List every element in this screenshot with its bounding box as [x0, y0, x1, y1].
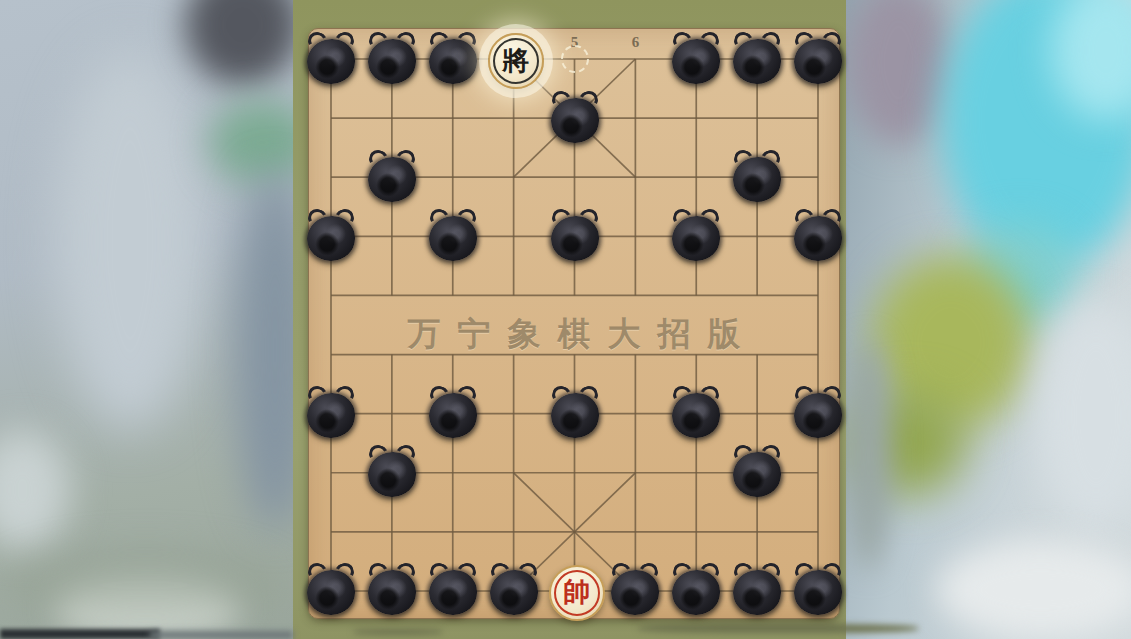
bomb-piece[interactable] — [307, 393, 355, 438]
bomb-piece[interactable] — [733, 39, 781, 84]
bomb-piece[interactable] — [368, 39, 416, 84]
bg-bottom-gray-bar — [150, 631, 293, 639]
bomb-piece[interactable] — [429, 393, 477, 438]
red-general-piece[interactable]: 帥 — [549, 565, 605, 621]
bomb-piece[interactable] — [429, 570, 477, 615]
bomb-piece[interactable] — [307, 39, 355, 84]
bomb-piece[interactable] — [368, 452, 416, 497]
bg-blur-shape — [235, 170, 293, 530]
bomb-piece[interactable] — [490, 570, 538, 615]
bg-blur-shape — [0, 430, 70, 550]
bg-blur-shape — [185, 0, 293, 85]
bomb-piece[interactable] — [672, 393, 720, 438]
bomb-piece[interactable] — [307, 216, 355, 261]
bomb-piece[interactable] — [551, 393, 599, 438]
game-panel: 万宁象棋大招版 56將帥 — [293, 0, 846, 639]
bg-blur-shape — [0, 545, 290, 625]
move-origin-marker — [561, 45, 589, 73]
bomb-piece[interactable] — [429, 216, 477, 261]
bomb-piece[interactable] — [794, 393, 842, 438]
bg-blur-shape — [846, 0, 951, 145]
bomb-piece[interactable] — [794, 39, 842, 84]
bomb-piece[interactable] — [672, 216, 720, 261]
bomb-piece[interactable] — [429, 39, 477, 84]
bg-bottom-dark-bar — [0, 629, 160, 639]
bomb-piece[interactable] — [368, 570, 416, 615]
bomb-piece[interactable] — [672, 39, 720, 84]
background-blur-left — [0, 0, 293, 639]
bomb-piece[interactable] — [794, 216, 842, 261]
frame-smudge — [638, 624, 918, 633]
bg-blur-shape — [1036, 300, 1131, 530]
xiangqi-board[interactable]: 万宁象棋大招版 56將帥 — [308, 28, 840, 619]
black-general-piece[interactable]: 將 — [488, 33, 544, 89]
bg-blur-shape — [846, 340, 891, 570]
bomb-piece[interactable] — [733, 157, 781, 202]
column-label: 6 — [627, 34, 643, 51]
bomb-piece[interactable] — [733, 452, 781, 497]
bomb-piece[interactable] — [551, 98, 599, 143]
general-glyph: 帥 — [563, 579, 590, 606]
frame-smudge — [353, 629, 443, 635]
bomb-piece[interactable] — [368, 157, 416, 202]
general-glyph: 將 — [502, 48, 529, 75]
bomb-piece[interactable] — [794, 570, 842, 615]
background-blur-right — [846, 0, 1131, 639]
screenshot-stage: 万宁象棋大招版 56將帥 — [0, 0, 1131, 639]
bomb-piece[interactable] — [551, 216, 599, 261]
bg-blur-shape — [55, 50, 205, 430]
bomb-piece[interactable] — [307, 570, 355, 615]
bg-blur-shape — [936, 540, 1131, 639]
river-watermark-text: 万宁象棋大招版 — [309, 312, 839, 357]
